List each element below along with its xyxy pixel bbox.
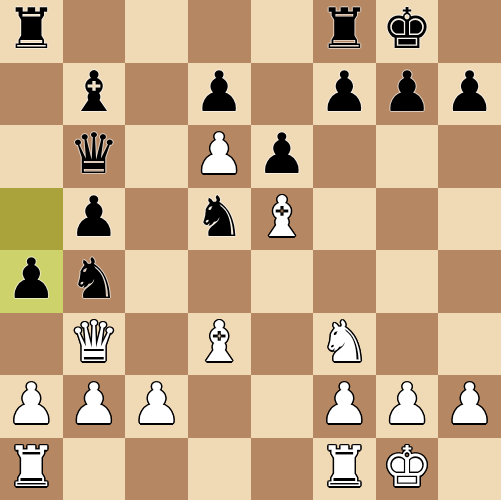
black-pawn-icon[interactable]: ♟ xyxy=(445,64,495,120)
square-g3[interactable] xyxy=(376,313,439,376)
white-pawn-icon[interactable]: ♟ xyxy=(319,376,369,432)
square-a6[interactable] xyxy=(0,125,63,188)
white-pawn-icon[interactable]: ♟ xyxy=(69,376,119,432)
square-f1[interactable]: ♜ xyxy=(313,438,376,500)
black-knight-icon[interactable]: ♞ xyxy=(69,251,119,307)
square-d8[interactable] xyxy=(188,0,251,63)
square-d1[interactable] xyxy=(188,438,251,500)
square-d2[interactable] xyxy=(188,375,251,438)
square-d7[interactable]: ♟ xyxy=(188,63,251,126)
square-f7[interactable]: ♟ xyxy=(313,63,376,126)
square-b7[interactable]: ♝ xyxy=(63,63,126,126)
chess-board: ♜♜♚♝♟♟♟♟♛♟♟♟♞♝♟♞♛♝♞♟♟♟♟♟♟♜♜♚ xyxy=(0,0,501,500)
square-h5[interactable] xyxy=(438,188,501,251)
square-g6[interactable] xyxy=(376,125,439,188)
black-pawn-icon[interactable]: ♟ xyxy=(69,189,119,245)
square-g7[interactable]: ♟ xyxy=(376,63,439,126)
square-b4[interactable]: ♞ xyxy=(63,250,126,313)
square-c4[interactable] xyxy=(125,250,188,313)
square-a7[interactable] xyxy=(0,63,63,126)
black-rook-icon[interactable]: ♜ xyxy=(319,1,369,57)
black-queen-icon[interactable]: ♛ xyxy=(69,126,119,182)
square-h6[interactable] xyxy=(438,125,501,188)
square-a5[interactable] xyxy=(0,188,63,251)
square-b2[interactable]: ♟ xyxy=(63,375,126,438)
square-e4[interactable] xyxy=(251,250,314,313)
square-g2[interactable]: ♟ xyxy=(376,375,439,438)
square-e2[interactable] xyxy=(251,375,314,438)
square-f6[interactable] xyxy=(313,125,376,188)
square-b1[interactable] xyxy=(63,438,126,500)
square-d4[interactable] xyxy=(188,250,251,313)
black-rook-icon[interactable]: ♜ xyxy=(6,1,56,57)
black-knight-icon[interactable]: ♞ xyxy=(194,189,244,245)
white-pawn-icon[interactable]: ♟ xyxy=(194,126,244,182)
square-e8[interactable] xyxy=(251,0,314,63)
square-e3[interactable] xyxy=(251,313,314,376)
square-h4[interactable] xyxy=(438,250,501,313)
square-b5[interactable]: ♟ xyxy=(63,188,126,251)
square-d5[interactable]: ♞ xyxy=(188,188,251,251)
square-b6[interactable]: ♛ xyxy=(63,125,126,188)
square-a3[interactable] xyxy=(0,313,63,376)
square-b3[interactable]: ♛ xyxy=(63,313,126,376)
square-e7[interactable] xyxy=(251,63,314,126)
square-b8[interactable] xyxy=(63,0,126,63)
square-f5[interactable] xyxy=(313,188,376,251)
square-g8[interactable]: ♚ xyxy=(376,0,439,63)
square-c7[interactable] xyxy=(125,63,188,126)
square-f2[interactable]: ♟ xyxy=(313,375,376,438)
white-rook-icon[interactable]: ♜ xyxy=(6,439,56,495)
square-c1[interactable] xyxy=(125,438,188,500)
square-a2[interactable]: ♟ xyxy=(0,375,63,438)
white-pawn-icon[interactable]: ♟ xyxy=(445,376,495,432)
white-bishop-icon[interactable]: ♝ xyxy=(194,314,244,370)
black-bishop-icon[interactable]: ♝ xyxy=(69,64,119,120)
black-pawn-icon[interactable]: ♟ xyxy=(257,126,307,182)
square-c2[interactable]: ♟ xyxy=(125,375,188,438)
square-h3[interactable] xyxy=(438,313,501,376)
white-rook-icon[interactable]: ♜ xyxy=(319,439,369,495)
white-bishop-icon[interactable]: ♝ xyxy=(257,189,307,245)
square-h8[interactable] xyxy=(438,0,501,63)
square-h7[interactable]: ♟ xyxy=(438,63,501,126)
white-king-icon[interactable]: ♚ xyxy=(382,439,432,495)
square-c3[interactable] xyxy=(125,313,188,376)
black-pawn-icon[interactable]: ♟ xyxy=(194,64,244,120)
square-e6[interactable]: ♟ xyxy=(251,125,314,188)
black-king-icon[interactable]: ♚ xyxy=(382,1,432,57)
square-h1[interactable] xyxy=(438,438,501,500)
square-c8[interactable] xyxy=(125,0,188,63)
square-f3[interactable]: ♞ xyxy=(313,313,376,376)
square-a8[interactable]: ♜ xyxy=(0,0,63,63)
square-a4[interactable]: ♟ xyxy=(0,250,63,313)
square-c6[interactable] xyxy=(125,125,188,188)
white-knight-icon[interactable]: ♞ xyxy=(319,314,369,370)
black-pawn-icon[interactable]: ♟ xyxy=(6,251,56,307)
white-pawn-icon[interactable]: ♟ xyxy=(6,376,56,432)
black-pawn-icon[interactable]: ♟ xyxy=(382,64,432,120)
square-f8[interactable]: ♜ xyxy=(313,0,376,63)
square-g5[interactable] xyxy=(376,188,439,251)
square-e1[interactable] xyxy=(251,438,314,500)
square-h2[interactable]: ♟ xyxy=(438,375,501,438)
square-f4[interactable] xyxy=(313,250,376,313)
square-d3[interactable]: ♝ xyxy=(188,313,251,376)
square-g4[interactable] xyxy=(376,250,439,313)
square-g1[interactable]: ♚ xyxy=(376,438,439,500)
white-queen-icon[interactable]: ♛ xyxy=(69,314,119,370)
white-pawn-icon[interactable]: ♟ xyxy=(131,376,181,432)
square-c5[interactable] xyxy=(125,188,188,251)
square-d6[interactable]: ♟ xyxy=(188,125,251,188)
white-pawn-icon[interactable]: ♟ xyxy=(382,376,432,432)
black-pawn-icon[interactable]: ♟ xyxy=(319,64,369,120)
square-a1[interactable]: ♜ xyxy=(0,438,63,500)
square-e5[interactable]: ♝ xyxy=(251,188,314,251)
